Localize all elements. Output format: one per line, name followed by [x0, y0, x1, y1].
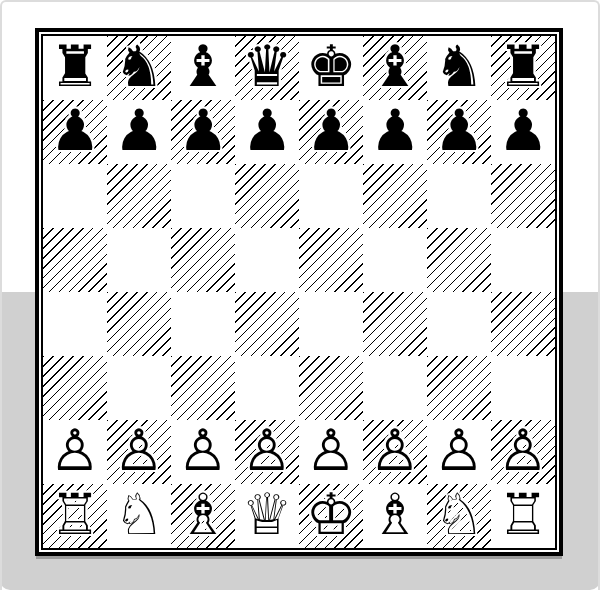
square-h1[interactable]: ♖	[491, 484, 555, 548]
square-b8[interactable]: ♞	[107, 36, 171, 100]
square-c5[interactable]	[171, 228, 235, 292]
square-c2[interactable]: ♙	[171, 420, 235, 484]
square-a3[interactable]	[43, 356, 107, 420]
square-a8[interactable]: ♜	[43, 36, 107, 100]
square-h8[interactable]: ♜	[491, 36, 555, 100]
square-c7[interactable]: ♟	[171, 100, 235, 164]
square-e7[interactable]: ♟	[299, 100, 363, 164]
piece-white-knight: ♘	[107, 484, 171, 548]
square-f5[interactable]	[363, 228, 427, 292]
piece-white-pawn: ♙	[171, 420, 235, 484]
square-a4[interactable]	[43, 292, 107, 356]
square-h7[interactable]: ♟	[491, 100, 555, 164]
square-b2[interactable]: ♙	[107, 420, 171, 484]
square-f8[interactable]: ♝	[363, 36, 427, 100]
square-f4[interactable]	[363, 292, 427, 356]
piece-black-king: ♚	[299, 36, 363, 100]
square-e2[interactable]: ♙	[299, 420, 363, 484]
piece-white-pawn: ♙	[299, 420, 363, 484]
square-c1[interactable]: ♗	[171, 484, 235, 548]
piece-black-rook: ♜	[491, 36, 555, 100]
piece-black-rook: ♜	[43, 36, 107, 100]
piece-white-pawn: ♙	[43, 420, 107, 484]
square-g2[interactable]: ♙	[427, 420, 491, 484]
square-e3[interactable]	[299, 356, 363, 420]
piece-black-queen: ♛	[235, 36, 299, 100]
square-b7[interactable]: ♟	[107, 100, 171, 164]
piece-black-pawn: ♟	[235, 100, 299, 164]
piece-black-knight: ♞	[427, 36, 491, 100]
square-h3[interactable]	[491, 356, 555, 420]
piece-white-rook: ♖	[43, 484, 107, 548]
square-c3[interactable]	[171, 356, 235, 420]
square-d2[interactable]: ♙	[235, 420, 299, 484]
square-b6[interactable]	[107, 164, 171, 228]
square-e1[interactable]: ♔	[299, 484, 363, 548]
piece-white-bishop: ♗	[363, 484, 427, 548]
square-h6[interactable]	[491, 164, 555, 228]
piece-black-pawn: ♟	[427, 100, 491, 164]
square-g5[interactable]	[427, 228, 491, 292]
square-e5[interactable]	[299, 228, 363, 292]
piece-white-pawn: ♙	[491, 420, 555, 484]
piece-black-pawn: ♟	[299, 100, 363, 164]
piece-white-pawn: ♙	[107, 420, 171, 484]
square-b3[interactable]	[107, 356, 171, 420]
square-a2[interactable]: ♙	[43, 420, 107, 484]
square-c6[interactable]	[171, 164, 235, 228]
chess-board: ♜♞♝♛♚♝♞♜♟♟♟♟♟♟♟♟♙♙♙♙♙♙♙♙♖♘♗♕♔♗♘♖	[35, 28, 563, 556]
piece-white-pawn: ♙	[363, 420, 427, 484]
piece-white-pawn: ♙	[427, 420, 491, 484]
square-f6[interactable]	[363, 164, 427, 228]
square-b5[interactable]	[107, 228, 171, 292]
piece-black-pawn: ♟	[43, 100, 107, 164]
square-g1[interactable]: ♘	[427, 484, 491, 548]
square-d3[interactable]	[235, 356, 299, 420]
square-g8[interactable]: ♞	[427, 36, 491, 100]
square-d7[interactable]: ♟	[235, 100, 299, 164]
piece-white-knight: ♘	[427, 484, 491, 548]
square-f1[interactable]: ♗	[363, 484, 427, 548]
square-g7[interactable]: ♟	[427, 100, 491, 164]
piece-white-pawn: ♙	[235, 420, 299, 484]
square-d1[interactable]: ♕	[235, 484, 299, 548]
square-e8[interactable]: ♚	[299, 36, 363, 100]
square-c8[interactable]: ♝	[171, 36, 235, 100]
square-h4[interactable]	[491, 292, 555, 356]
square-h2[interactable]: ♙	[491, 420, 555, 484]
piece-black-pawn: ♟	[491, 100, 555, 164]
piece-black-bishop: ♝	[171, 36, 235, 100]
square-d4[interactable]	[235, 292, 299, 356]
square-h5[interactable]	[491, 228, 555, 292]
square-c4[interactable]	[171, 292, 235, 356]
square-b4[interactable]	[107, 292, 171, 356]
square-f2[interactable]: ♙	[363, 420, 427, 484]
square-d6[interactable]	[235, 164, 299, 228]
square-a5[interactable]	[43, 228, 107, 292]
piece-black-knight: ♞	[107, 36, 171, 100]
piece-black-pawn: ♟	[363, 100, 427, 164]
square-g4[interactable]	[427, 292, 491, 356]
square-a1[interactable]: ♖	[43, 484, 107, 548]
square-e4[interactable]	[299, 292, 363, 356]
piece-white-bishop: ♗	[171, 484, 235, 548]
square-a7[interactable]: ♟	[43, 100, 107, 164]
square-g3[interactable]	[427, 356, 491, 420]
square-f3[interactable]	[363, 356, 427, 420]
square-d8[interactable]: ♛	[235, 36, 299, 100]
square-g6[interactable]	[427, 164, 491, 228]
square-a6[interactable]	[43, 164, 107, 228]
page: ♜♞♝♛♚♝♞♜♟♟♟♟♟♟♟♟♙♙♙♙♙♙♙♙♖♘♗♕♔♗♘♖	[0, 0, 600, 590]
square-f7[interactable]: ♟	[363, 100, 427, 164]
square-b1[interactable]: ♘	[107, 484, 171, 548]
piece-white-queen: ♕	[235, 484, 299, 548]
square-d5[interactable]	[235, 228, 299, 292]
piece-white-king: ♔	[299, 484, 363, 548]
board-inner-frame: ♜♞♝♛♚♝♞♜♟♟♟♟♟♟♟♟♙♙♙♙♙♙♙♙♖♘♗♕♔♗♘♖	[41, 34, 557, 550]
piece-white-rook: ♖	[491, 484, 555, 548]
square-e6[interactable]	[299, 164, 363, 228]
piece-black-pawn: ♟	[107, 100, 171, 164]
board-grid: ♜♞♝♛♚♝♞♜♟♟♟♟♟♟♟♟♙♙♙♙♙♙♙♙♖♘♗♕♔♗♘♖	[43, 36, 555, 548]
piece-black-pawn: ♟	[171, 100, 235, 164]
piece-black-bishop: ♝	[363, 36, 427, 100]
